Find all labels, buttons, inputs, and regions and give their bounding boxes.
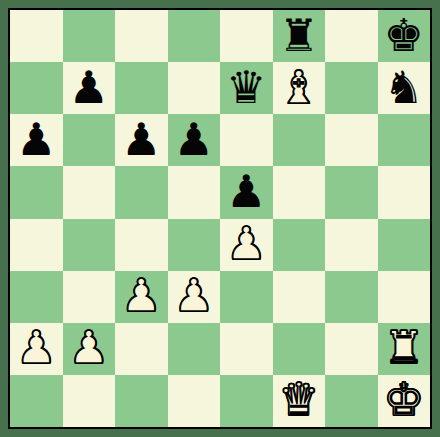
square-d3[interactable]: ♟ xyxy=(168,271,221,323)
square-g5[interactable] xyxy=(325,166,378,218)
square-g7[interactable] xyxy=(325,62,378,114)
square-a7[interactable] xyxy=(10,62,63,114)
square-f6[interactable] xyxy=(273,114,326,166)
square-d7[interactable] xyxy=(168,62,221,114)
square-f5[interactable] xyxy=(273,166,326,218)
white-rook-h2[interactable]: ♜ xyxy=(384,325,424,370)
square-h6[interactable] xyxy=(378,114,431,166)
square-f4[interactable] xyxy=(273,219,326,271)
square-h5[interactable] xyxy=(378,166,431,218)
square-f3[interactable] xyxy=(273,271,326,323)
square-c4[interactable] xyxy=(115,219,168,271)
board-inner-border: ♜♚♟♛♝♞♟♟♟♟♟♟♟♟♟♜♛♚ xyxy=(8,8,432,429)
square-c3[interactable]: ♟ xyxy=(115,271,168,323)
square-f7[interactable]: ♝ xyxy=(273,62,326,114)
square-b4[interactable] xyxy=(63,219,116,271)
square-b3[interactable] xyxy=(63,271,116,323)
square-d5[interactable] xyxy=(168,166,221,218)
white-bishop-f7[interactable]: ♝ xyxy=(279,65,319,110)
square-d4[interactable] xyxy=(168,219,221,271)
square-g4[interactable] xyxy=(325,219,378,271)
square-d8[interactable] xyxy=(168,10,221,62)
square-h1[interactable]: ♚ xyxy=(378,375,431,427)
square-g3[interactable] xyxy=(325,271,378,323)
square-e8[interactable] xyxy=(220,10,273,62)
black-pawn-e5[interactable]: ♟ xyxy=(226,169,266,214)
square-a3[interactable] xyxy=(10,271,63,323)
square-e4[interactable]: ♟ xyxy=(220,219,273,271)
square-c2[interactable] xyxy=(115,323,168,375)
square-e1[interactable] xyxy=(220,375,273,427)
square-a5[interactable] xyxy=(10,166,63,218)
white-pawn-e4[interactable]: ♟ xyxy=(226,221,266,266)
square-h3[interactable] xyxy=(378,271,431,323)
square-g6[interactable] xyxy=(325,114,378,166)
square-b7[interactable]: ♟ xyxy=(63,62,116,114)
square-d1[interactable] xyxy=(168,375,221,427)
square-h8[interactable]: ♚ xyxy=(378,10,431,62)
square-a4[interactable] xyxy=(10,219,63,271)
square-h2[interactable]: ♜ xyxy=(378,323,431,375)
square-e6[interactable] xyxy=(220,114,273,166)
black-king-h8[interactable]: ♚ xyxy=(384,13,424,58)
square-h7[interactable]: ♞ xyxy=(378,62,431,114)
square-a8[interactable] xyxy=(10,10,63,62)
square-b2[interactable]: ♟ xyxy=(63,323,116,375)
square-c6[interactable]: ♟ xyxy=(115,114,168,166)
square-b1[interactable] xyxy=(63,375,116,427)
black-pawn-b7[interactable]: ♟ xyxy=(69,65,109,110)
black-queen-e7[interactable]: ♛ xyxy=(226,65,266,110)
square-a6[interactable]: ♟ xyxy=(10,114,63,166)
black-rook-f8[interactable]: ♜ xyxy=(279,13,319,58)
square-g8[interactable] xyxy=(325,10,378,62)
white-pawn-a2[interactable]: ♟ xyxy=(16,325,56,370)
square-b6[interactable] xyxy=(63,114,116,166)
square-e2[interactable] xyxy=(220,323,273,375)
square-c1[interactable] xyxy=(115,375,168,427)
square-c5[interactable] xyxy=(115,166,168,218)
square-d2[interactable] xyxy=(168,323,221,375)
square-e5[interactable]: ♟ xyxy=(220,166,273,218)
square-g2[interactable] xyxy=(325,323,378,375)
black-pawn-c6[interactable]: ♟ xyxy=(121,117,161,162)
square-c7[interactable] xyxy=(115,62,168,114)
chess-board: ♜♚♟♛♝♞♟♟♟♟♟♟♟♟♟♜♛♚ xyxy=(10,10,430,427)
white-queen-f1[interactable]: ♛ xyxy=(279,377,319,422)
square-a1[interactable] xyxy=(10,375,63,427)
square-f2[interactable] xyxy=(273,323,326,375)
square-h4[interactable] xyxy=(378,219,431,271)
square-c8[interactable] xyxy=(115,10,168,62)
square-b8[interactable] xyxy=(63,10,116,62)
white-pawn-d3[interactable]: ♟ xyxy=(174,273,214,318)
square-a2[interactable]: ♟ xyxy=(10,323,63,375)
square-e3[interactable] xyxy=(220,271,273,323)
white-pawn-c3[interactable]: ♟ xyxy=(121,273,161,318)
black-pawn-d6[interactable]: ♟ xyxy=(174,117,214,162)
square-f8[interactable]: ♜ xyxy=(273,10,326,62)
white-king-h1[interactable]: ♚ xyxy=(384,377,424,422)
square-b5[interactable] xyxy=(63,166,116,218)
board-frame: ♜♚♟♛♝♞♟♟♟♟♟♟♟♟♟♜♛♚ xyxy=(0,0,440,437)
square-e7[interactable]: ♛ xyxy=(220,62,273,114)
white-pawn-b2[interactable]: ♟ xyxy=(69,325,109,370)
square-f1[interactable]: ♛ xyxy=(273,375,326,427)
black-knight-h7[interactable]: ♞ xyxy=(384,65,424,110)
square-d6[interactable]: ♟ xyxy=(168,114,221,166)
black-pawn-a6[interactable]: ♟ xyxy=(16,117,56,162)
square-g1[interactable] xyxy=(325,375,378,427)
